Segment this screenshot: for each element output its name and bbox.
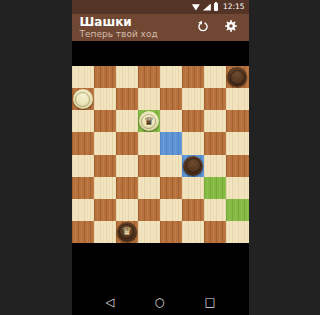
- square-e5[interactable]: [160, 132, 182, 154]
- square-d8[interactable]: [138, 66, 160, 88]
- square-h6[interactable]: [226, 110, 248, 132]
- square-a8: [72, 66, 94, 88]
- back-button[interactable]: ◁: [104, 296, 117, 310]
- top-spacer: [72, 41, 249, 66]
- square-c7[interactable]: [116, 88, 138, 110]
- square-f8[interactable]: [182, 66, 204, 88]
- square-d3: [138, 177, 160, 199]
- square-g6: [204, 110, 226, 132]
- square-c2: [116, 199, 138, 221]
- app-title: Шашки: [80, 16, 185, 29]
- square-e4: [160, 155, 182, 177]
- square-d1: [138, 221, 160, 243]
- square-a5[interactable]: [72, 132, 94, 154]
- square-g4: [204, 155, 226, 177]
- recents-button[interactable]: □: [204, 296, 217, 310]
- square-c5[interactable]: [116, 132, 138, 154]
- square-g7[interactable]: [204, 88, 226, 110]
- square-c8: [116, 66, 138, 88]
- home-icon: ○: [155, 297, 165, 309]
- wifi-icon: [192, 4, 200, 11]
- square-h1: [226, 221, 248, 243]
- square-b5: [94, 132, 116, 154]
- square-h7: [226, 88, 248, 110]
- app-bar-text: Шашки Теперь твой ход: [80, 16, 185, 39]
- white-king[interactable]: ♛: [139, 111, 159, 131]
- settings-button[interactable]: [221, 18, 241, 38]
- square-b3: [94, 177, 116, 199]
- square-a6: [72, 110, 94, 132]
- square-f2[interactable]: [182, 199, 204, 221]
- square-f6[interactable]: [182, 110, 204, 132]
- square-h4[interactable]: [226, 155, 248, 177]
- square-d4[interactable]: [138, 155, 160, 177]
- square-g8: [204, 66, 226, 88]
- black-man[interactable]: [183, 156, 203, 176]
- square-d6[interactable]: ♛: [138, 110, 160, 132]
- battery-icon: [214, 3, 218, 11]
- square-e3[interactable]: [160, 177, 182, 199]
- square-d5: [138, 132, 160, 154]
- square-b4[interactable]: [94, 155, 116, 177]
- square-f3: [182, 177, 204, 199]
- turn-status-text: Теперь твой ход: [80, 29, 185, 39]
- gear-icon: [224, 18, 238, 37]
- recents-icon: □: [205, 297, 216, 309]
- board: ♛♛: [72, 66, 249, 243]
- home-button[interactable]: ○: [154, 296, 167, 310]
- black-man[interactable]: [227, 67, 247, 87]
- square-f1: [182, 221, 204, 243]
- square-a1[interactable]: [72, 221, 94, 243]
- phone-screen: 12:15 Шашки Теперь твой ход: [72, 0, 249, 315]
- square-h5: [226, 132, 248, 154]
- square-c1[interactable]: ♛: [116, 221, 138, 243]
- cell-signal-icon: [203, 4, 211, 11]
- square-f7: [182, 88, 204, 110]
- square-b7: [94, 88, 116, 110]
- square-g1[interactable]: [204, 221, 226, 243]
- status-time: 12:15: [223, 3, 245, 11]
- square-c6: [116, 110, 138, 132]
- square-d2[interactable]: [138, 199, 160, 221]
- square-g5[interactable]: [204, 132, 226, 154]
- square-e7[interactable]: [160, 88, 182, 110]
- square-e1[interactable]: [160, 221, 182, 243]
- square-e2: [160, 199, 182, 221]
- square-a2: [72, 199, 94, 221]
- status-bar: 12:15: [72, 0, 249, 14]
- square-d7: [138, 88, 160, 110]
- square-h3: [226, 177, 248, 199]
- square-b6[interactable]: [94, 110, 116, 132]
- square-b1: [94, 221, 116, 243]
- square-f5: [182, 132, 204, 154]
- square-a4: [72, 155, 94, 177]
- undo-icon: [196, 18, 210, 37]
- square-c4: [116, 155, 138, 177]
- app-bar: Шашки Теперь твой ход: [72, 14, 249, 41]
- square-h2[interactable]: [226, 199, 248, 221]
- back-icon: ◁: [106, 297, 115, 309]
- square-c3[interactable]: [116, 177, 138, 199]
- square-b8[interactable]: [94, 66, 116, 88]
- nav-bar: ◁ ○ □: [72, 243, 249, 315]
- square-e8: [160, 66, 182, 88]
- square-f4[interactable]: [182, 155, 204, 177]
- nav-buttons: ◁ ○ □: [72, 296, 249, 315]
- crown-icon: ♛: [144, 116, 154, 127]
- square-g3[interactable]: [204, 177, 226, 199]
- square-a7[interactable]: [72, 88, 94, 110]
- square-b2[interactable]: [94, 199, 116, 221]
- undo-button[interactable]: [193, 18, 213, 38]
- square-a3[interactable]: [72, 177, 94, 199]
- white-man[interactable]: [73, 89, 93, 109]
- square-e6: [160, 110, 182, 132]
- square-g2: [204, 199, 226, 221]
- square-h8[interactable]: [226, 66, 248, 88]
- black-king[interactable]: ♛: [117, 222, 137, 242]
- crown-icon: ♛: [122, 226, 132, 237]
